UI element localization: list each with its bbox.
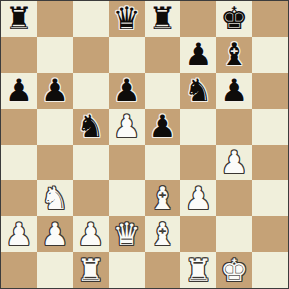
piece-white-bishop[interactable]: ♝ (149, 183, 177, 214)
square-d6[interactable]: ♟ (109, 73, 145, 109)
piece-black-pawn[interactable]: ♟ (184, 39, 212, 70)
square-e4[interactable] (145, 145, 181, 181)
square-b3[interactable]: ♞ (37, 180, 73, 216)
square-a2[interactable]: ♟ (1, 216, 37, 252)
square-d4[interactable] (109, 145, 145, 181)
square-c4[interactable] (73, 145, 109, 181)
piece-white-knight[interactable]: ♞ (41, 183, 69, 214)
square-b2[interactable]: ♟ (37, 216, 73, 252)
square-d8[interactable]: ♛ (109, 1, 145, 37)
square-g4[interactable]: ♟ (216, 145, 252, 181)
square-f8[interactable] (180, 1, 216, 37)
piece-white-pawn[interactable]: ♟ (77, 219, 105, 250)
square-g3[interactable] (216, 180, 252, 216)
piece-black-pawn[interactable]: ♟ (149, 111, 177, 142)
square-e6[interactable] (145, 73, 181, 109)
square-e5[interactable]: ♟ (145, 109, 181, 145)
square-e3[interactable]: ♝ (145, 180, 181, 216)
piece-black-knight[interactable]: ♞ (184, 75, 212, 106)
square-a6[interactable]: ♟ (1, 73, 37, 109)
piece-black-king[interactable]: ♚ (220, 3, 248, 34)
square-d3[interactable] (109, 180, 145, 216)
square-g8[interactable]: ♚ (216, 1, 252, 37)
piece-black-pawn[interactable]: ♟ (5, 75, 33, 106)
piece-black-rook[interactable]: ♜ (149, 3, 177, 34)
square-e1[interactable] (145, 252, 181, 288)
square-c2[interactable]: ♟ (73, 216, 109, 252)
square-c8[interactable] (73, 1, 109, 37)
square-d2[interactable]: ♛ (109, 216, 145, 252)
square-d1[interactable] (109, 252, 145, 288)
square-c3[interactable] (73, 180, 109, 216)
square-f5[interactable] (180, 109, 216, 145)
square-a1[interactable] (1, 252, 37, 288)
piece-white-bishop[interactable]: ♝ (149, 219, 177, 250)
piece-white-pawn[interactable]: ♟ (41, 219, 69, 250)
square-h1[interactable] (252, 252, 288, 288)
piece-white-pawn[interactable]: ♟ (113, 111, 141, 142)
piece-black-bishop[interactable]: ♝ (220, 39, 248, 70)
piece-white-rook[interactable]: ♜ (184, 255, 212, 286)
square-f6[interactable]: ♞ (180, 73, 216, 109)
piece-white-pawn[interactable]: ♟ (220, 147, 248, 178)
square-e8[interactable]: ♜ (145, 1, 181, 37)
piece-white-queen[interactable]: ♛ (113, 219, 141, 250)
square-g2[interactable] (216, 216, 252, 252)
square-c5[interactable]: ♞ (73, 109, 109, 145)
square-d7[interactable] (109, 37, 145, 73)
square-b6[interactable]: ♟ (37, 73, 73, 109)
piece-white-rook[interactable]: ♜ (77, 255, 105, 286)
square-h2[interactable] (252, 216, 288, 252)
square-a4[interactable] (1, 145, 37, 181)
square-b5[interactable] (37, 109, 73, 145)
square-f2[interactable] (180, 216, 216, 252)
square-c7[interactable] (73, 37, 109, 73)
square-b8[interactable] (37, 1, 73, 37)
square-b7[interactable] (37, 37, 73, 73)
piece-black-rook[interactable]: ♜ (5, 3, 33, 34)
piece-black-pawn[interactable]: ♟ (113, 75, 141, 106)
square-h4[interactable] (252, 145, 288, 181)
square-b4[interactable] (37, 145, 73, 181)
square-b1[interactable] (37, 252, 73, 288)
square-h7[interactable] (252, 37, 288, 73)
square-a5[interactable] (1, 109, 37, 145)
square-g1[interactable]: ♚ (216, 252, 252, 288)
square-e7[interactable] (145, 37, 181, 73)
square-a7[interactable] (1, 37, 37, 73)
square-h3[interactable] (252, 180, 288, 216)
square-f3[interactable]: ♟ (180, 180, 216, 216)
piece-white-king[interactable]: ♚ (220, 255, 248, 286)
piece-black-knight[interactable]: ♞ (77, 111, 105, 142)
square-d5[interactable]: ♟ (109, 109, 145, 145)
piece-black-queen[interactable]: ♛ (113, 3, 141, 34)
square-a3[interactable] (1, 180, 37, 216)
square-g5[interactable] (216, 109, 252, 145)
square-h8[interactable] (252, 1, 288, 37)
square-c6[interactable] (73, 73, 109, 109)
piece-white-pawn[interactable]: ♟ (184, 183, 212, 214)
square-a8[interactable]: ♜ (1, 1, 37, 37)
square-h5[interactable] (252, 109, 288, 145)
square-g7[interactable]: ♝ (216, 37, 252, 73)
piece-white-pawn[interactable]: ♟ (5, 219, 33, 250)
square-c1[interactable]: ♜ (73, 252, 109, 288)
square-f4[interactable] (180, 145, 216, 181)
square-e2[interactable]: ♝ (145, 216, 181, 252)
square-f7[interactable]: ♟ (180, 37, 216, 73)
chess-board: ♜♛♜♚♟♝♟♟♟♞♟♞♟♟♟♞♝♟♟♟♟♛♝♜♜♚ (0, 0, 289, 289)
square-g6[interactable]: ♟ (216, 73, 252, 109)
square-f1[interactable]: ♜ (180, 252, 216, 288)
square-h6[interactable] (252, 73, 288, 109)
piece-black-pawn[interactable]: ♟ (220, 75, 248, 106)
piece-black-pawn[interactable]: ♟ (41, 75, 69, 106)
